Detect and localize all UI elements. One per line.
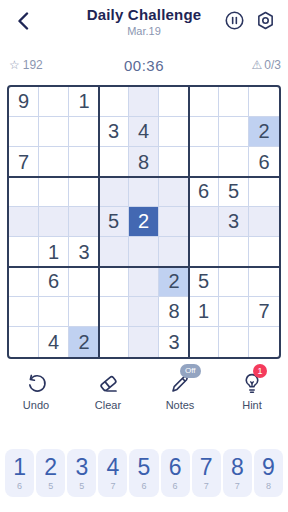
settings-button[interactable] [255, 10, 276, 31]
cell-r9c5[interactable] [129, 327, 159, 357]
cell-r9c6[interactable]: 3 [159, 327, 189, 357]
cell-r9c4[interactable] [99, 327, 129, 357]
cell-r1c1[interactable]: 9 [9, 87, 39, 117]
undo-button[interactable]: Undo [0, 370, 72, 411]
cell-r4c2[interactable] [39, 177, 69, 207]
cell-r7c4[interactable] [99, 267, 129, 297]
header: Daily Challenge Mar.19 [0, 0, 288, 48]
cell-r2c4[interactable]: 3 [99, 117, 129, 147]
numpad-key-6[interactable]: 66 [161, 449, 190, 497]
cell-r6c7[interactable] [189, 237, 219, 267]
cell-r1c7[interactable] [189, 87, 219, 117]
cell-r5c9[interactable] [249, 207, 279, 237]
challenge-date: Mar.19 [87, 25, 202, 37]
cell-r4c3[interactable] [69, 177, 99, 207]
cell-r6c3[interactable]: 3 [69, 237, 99, 267]
cell-r4c9[interactable] [249, 177, 279, 207]
timer: 00:36 [124, 57, 164, 74]
cell-r9c9[interactable] [249, 327, 279, 357]
cell-r9c7[interactable] [189, 327, 219, 357]
tool-label: Clear [95, 399, 121, 411]
cell-r4c5[interactable] [129, 177, 159, 207]
cell-r1c9[interactable] [249, 87, 279, 117]
cell-r5c5[interactable]: 2 [129, 207, 159, 237]
tool-label: Notes [166, 399, 195, 411]
cell-r5c4[interactable]: 5 [99, 207, 129, 237]
hint-button[interactable]: 1 Hint [216, 370, 288, 411]
cell-r7c7[interactable]: 5 [189, 267, 219, 297]
cell-r7c2[interactable]: 6 [39, 267, 69, 297]
cell-r9c1[interactable] [9, 327, 39, 357]
cell-r6c6[interactable] [159, 237, 189, 267]
cell-r2c6[interactable] [159, 117, 189, 147]
numpad-remaining-count: 5 [79, 481, 84, 491]
numpad-digit: 7 [200, 456, 213, 479]
cell-r1c8[interactable] [219, 87, 249, 117]
cell-r7c6[interactable]: 2 [159, 267, 189, 297]
numpad-remaining-count: 7 [235, 481, 240, 491]
cell-r6c1[interactable] [9, 237, 39, 267]
cell-r8c3[interactable] [69, 297, 99, 327]
tool-label: Hint [242, 399, 262, 411]
tool-label: Undo [23, 399, 49, 411]
cell-r2c3[interactable] [69, 117, 99, 147]
notes-button[interactable]: Off Notes [144, 370, 216, 411]
numpad-digit: 1 [13, 456, 26, 479]
cell-r8c8[interactable] [219, 297, 249, 327]
cell-r8c4[interactable] [99, 297, 129, 327]
numpad-remaining-count: 5 [48, 481, 53, 491]
back-chevron-icon [17, 12, 29, 30]
numpad-key-5[interactable]: 56 [129, 449, 158, 497]
numpad-digit: 8 [231, 456, 244, 479]
numpad-key-2[interactable]: 25 [36, 449, 65, 497]
cell-r3c7[interactable] [189, 147, 219, 177]
cell-r7c5[interactable] [129, 267, 159, 297]
cell-r9c3[interactable]: 2 [69, 327, 99, 357]
cell-r1c2[interactable] [39, 87, 69, 117]
cell-r8c2[interactable] [39, 297, 69, 327]
cell-r4c1[interactable] [9, 177, 39, 207]
cell-r8c1[interactable] [9, 297, 39, 327]
cell-r5c1[interactable] [9, 207, 39, 237]
back-button[interactable] [10, 8, 36, 34]
cell-r1c4[interactable] [99, 87, 129, 117]
cell-r7c3[interactable] [69, 267, 99, 297]
numpad-digit: 6 [169, 456, 182, 479]
numpad-remaining-count: 7 [110, 481, 115, 491]
cell-r6c5[interactable] [129, 237, 159, 267]
numpad: 162535475666778798 [0, 449, 288, 497]
score-value: 192 [23, 58, 43, 72]
clear-button[interactable]: Clear [72, 370, 144, 411]
pause-button[interactable] [224, 10, 245, 31]
cell-r1c3[interactable]: 1 [69, 87, 99, 117]
numpad-remaining-count: 8 [266, 481, 271, 491]
cell-r8c5[interactable] [129, 297, 159, 327]
stats-row: ☆ 192 00:36 ⚠ 0/3 [0, 58, 288, 76]
cell-r3c4[interactable] [99, 147, 129, 177]
mistakes-counter: ⚠ 0/3 [252, 58, 281, 72]
cell-r5c8[interactable]: 3 [219, 207, 249, 237]
cell-r5c3[interactable] [69, 207, 99, 237]
toolbar: Undo Clear Off Notes [0, 370, 288, 411]
cell-r2c7[interactable] [189, 117, 219, 147]
numpad-key-8[interactable]: 87 [223, 449, 252, 497]
cell-r3c9[interactable]: 6 [249, 147, 279, 177]
cell-r2c9[interactable]: 2 [249, 117, 279, 147]
cell-r2c1[interactable] [9, 117, 39, 147]
cell-r2c5[interactable]: 4 [129, 117, 159, 147]
cell-r3c5[interactable]: 8 [129, 147, 159, 177]
cell-r7c8[interactable] [219, 267, 249, 297]
numpad-remaining-count: 6 [173, 481, 178, 491]
notes-off-badge: Off [180, 364, 201, 378]
cell-r2c8[interactable] [219, 117, 249, 147]
undo-icon [25, 372, 48, 395]
cell-r4c8[interactable]: 5 [219, 177, 249, 207]
score: ☆ 192 [9, 58, 43, 72]
cell-r9c2[interactable]: 4 [39, 327, 69, 357]
cell-r5c7[interactable] [189, 207, 219, 237]
numpad-digit: 9 [262, 456, 275, 479]
page-title: Daily Challenge [87, 6, 202, 23]
numpad-remaining-count: 6 [141, 481, 146, 491]
cell-r4c7[interactable]: 6 [189, 177, 219, 207]
pause-icon [224, 10, 245, 31]
numpad-digit: 5 [138, 456, 151, 479]
cell-r2c2[interactable] [39, 117, 69, 147]
numpad-key-1[interactable]: 16 [5, 449, 34, 497]
cell-r4c4[interactable] [99, 177, 129, 207]
cell-r8c7[interactable]: 1 [189, 297, 219, 327]
sudoku-grid: 913427866552313625817423 [7, 85, 281, 359]
cell-r3c3[interactable] [69, 147, 99, 177]
cell-r5c6[interactable] [159, 207, 189, 237]
cell-r3c8[interactable] [219, 147, 249, 177]
cell-r6c4[interactable] [99, 237, 129, 267]
board-wrap: 913427866552313625817423 [7, 85, 281, 359]
cell-r4c6[interactable] [159, 177, 189, 207]
eraser-icon [96, 371, 120, 395]
numpad-key-9[interactable]: 98 [254, 449, 283, 497]
star-icon: ☆ [9, 58, 20, 72]
cell-r1c6[interactable] [159, 87, 189, 117]
cell-r6c8[interactable] [219, 237, 249, 267]
numpad-digit: 2 [44, 456, 57, 479]
settings-icon [255, 10, 276, 31]
numpad-key-4[interactable]: 47 [98, 449, 127, 497]
numpad-key-7[interactable]: 77 [192, 449, 221, 497]
cell-r3c6[interactable] [159, 147, 189, 177]
cell-r7c9[interactable] [249, 267, 279, 297]
cell-r7c1[interactable] [9, 267, 39, 297]
cell-r9c8[interactable] [219, 327, 249, 357]
numpad-remaining-count: 6 [17, 481, 22, 491]
cell-r6c9[interactable] [249, 237, 279, 267]
cell-r5c2[interactable] [39, 207, 69, 237]
numpad-digit: 4 [106, 456, 119, 479]
numpad-remaining-count: 7 [204, 481, 209, 491]
cell-r3c2[interactable] [39, 147, 69, 177]
warning-icon: ⚠ [252, 58, 263, 72]
hint-count-badge: 1 [253, 364, 267, 378]
cell-r8c6[interactable]: 8 [159, 297, 189, 327]
cell-r8c9[interactable]: 7 [249, 297, 279, 327]
cell-r3c1[interactable]: 7 [9, 147, 39, 177]
numpad-key-3[interactable]: 35 [67, 449, 96, 497]
cell-r1c5[interactable] [129, 87, 159, 117]
cell-r6c2[interactable]: 1 [39, 237, 69, 267]
mistakes-value: 0/3 [264, 58, 281, 72]
numpad-digit: 3 [75, 456, 88, 479]
